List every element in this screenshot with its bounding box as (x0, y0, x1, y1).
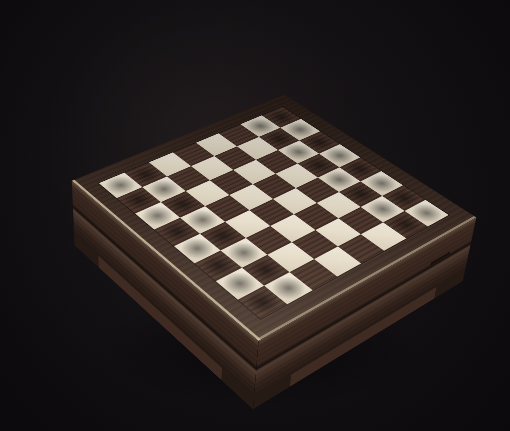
white-pawn-glyph: ♟ (381, 172, 433, 229)
square-f4[interactable] (294, 202, 339, 229)
square-g3[interactable] (338, 206, 383, 233)
square-h3[interactable] (361, 222, 406, 250)
square-h5[interactable] (314, 246, 361, 276)
photo-stage: ♜♞♝♛♚♝♞♜♟♟♟♟♟♟♟♟♟♟♟♟♟♟♟♟♜♞♝♛♚♝♞♜ (0, 0, 510, 431)
box-lid-notch (430, 251, 450, 265)
square-h4[interactable] (338, 234, 384, 263)
square-g4[interactable] (316, 218, 361, 246)
black-rook-glyph: ♜ (231, 233, 299, 307)
